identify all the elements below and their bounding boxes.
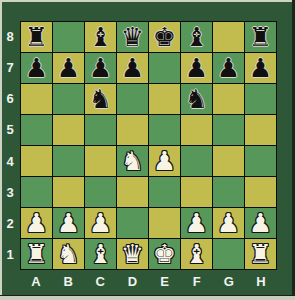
window-bevel-top [0,0,295,2]
square-f8[interactable]: ♝ [181,22,212,52]
square-a2[interactable]: ♟ [21,208,52,238]
window-bevel-bottom [0,295,295,300]
file-label-a: A [20,270,52,293]
file-label-f: F [181,270,213,293]
square-b6[interactable] [53,84,84,114]
rank-label-6: 6 [0,83,20,114]
piece-white-bishop[interactable]: ♝ [89,239,112,269]
square-a6[interactable] [21,84,52,114]
square-a1[interactable]: ♜ [21,239,52,269]
square-a8[interactable]: ♜ [21,22,52,52]
square-h3[interactable] [245,177,276,207]
rank-label-7: 7 [0,52,20,83]
piece-white-queen[interactable]: ♛ [121,239,144,269]
square-e5[interactable] [149,115,180,145]
file-label-g: G [213,270,245,293]
piece-black-pawn[interactable]: ♟ [25,53,48,83]
square-e3[interactable] [149,177,180,207]
square-h5[interactable] [245,115,276,145]
rank-label-8: 8 [0,21,20,52]
square-f1[interactable]: ♝ [181,239,212,269]
square-d7[interactable]: ♟ [117,53,148,83]
piece-white-pawn[interactable]: ♟ [25,208,48,238]
square-d4[interactable]: ♞ [117,146,148,176]
piece-black-rook[interactable]: ♜ [249,22,272,52]
square-g3[interactable] [213,177,244,207]
square-f5[interactable] [181,115,212,145]
square-h2[interactable]: ♟ [245,208,276,238]
square-b7[interactable]: ♟ [53,53,84,83]
file-label-b: B [52,270,84,293]
square-f6[interactable]: ♞ [181,84,212,114]
piece-white-pawn[interactable]: ♟ [217,208,240,238]
chess-board[interactable]: ♜♝♛♚♝♜♟♟♟♟♟♟♟♞♞♞♟♟♟♟♟♟♟♜♞♝♛♚♝♜ [20,21,277,270]
square-e2[interactable] [149,208,180,238]
piece-black-pawn[interactable]: ♟ [217,53,240,83]
piece-white-knight[interactable]: ♞ [121,146,144,176]
rank-label-5: 5 [0,114,20,145]
square-g6[interactable] [213,84,244,114]
square-a5[interactable] [21,115,52,145]
square-h4[interactable] [245,146,276,176]
piece-black-rook[interactable]: ♜ [25,22,48,52]
square-c7[interactable]: ♟ [85,53,116,83]
square-g8[interactable] [213,22,244,52]
square-c6[interactable]: ♞ [85,84,116,114]
square-c4[interactable] [85,146,116,176]
square-c8[interactable]: ♝ [85,22,116,52]
square-b4[interactable] [53,146,84,176]
square-c3[interactable] [85,177,116,207]
square-g5[interactable] [213,115,244,145]
file-labels: ABCDEFGH [20,270,277,293]
square-e7[interactable] [149,53,180,83]
square-h1[interactable]: ♜ [245,239,276,269]
square-e8[interactable]: ♚ [149,22,180,52]
square-h8[interactable]: ♜ [245,22,276,52]
square-h6[interactable] [245,84,276,114]
square-c2[interactable]: ♟ [85,208,116,238]
rank-labels: 87654321 [0,21,20,270]
square-a7[interactable]: ♟ [21,53,52,83]
chess-app-window: 87654321 ♜♝♛♚♝♜♟♟♟♟♟♟♟♞♞♞♟♟♟♟♟♟♟♜♞♝♛♚♝♜ … [0,0,295,300]
rank-label-2: 2 [0,208,20,239]
square-b1[interactable]: ♞ [53,239,84,269]
piece-white-pawn[interactable]: ♟ [57,208,80,238]
square-d8[interactable]: ♛ [117,22,148,52]
piece-white-rook[interactable]: ♜ [25,239,48,269]
square-b5[interactable] [53,115,84,145]
piece-black-pawn[interactable]: ♟ [249,53,272,83]
file-label-c: C [84,270,116,293]
file-label-e: E [149,270,181,293]
rank-label-4: 4 [0,146,20,177]
square-d1[interactable]: ♛ [117,239,148,269]
square-g1[interactable] [213,239,244,269]
square-f7[interactable]: ♟ [181,53,212,83]
square-e1[interactable]: ♚ [149,239,180,269]
piece-black-pawn[interactable]: ♟ [121,53,144,83]
square-d2[interactable] [117,208,148,238]
file-label-d: D [116,270,148,293]
piece-white-rook[interactable]: ♜ [249,239,272,269]
piece-black-queen[interactable]: ♛ [121,22,144,52]
piece-black-pawn[interactable]: ♟ [185,53,208,83]
rank-label-1: 1 [0,239,20,270]
piece-black-bishop[interactable]: ♝ [89,22,112,52]
square-d5[interactable] [117,115,148,145]
piece-white-pawn[interactable]: ♟ [89,208,112,238]
square-f3[interactable] [181,177,212,207]
piece-white-pawn[interactable]: ♟ [153,146,176,176]
piece-black-pawn[interactable]: ♟ [89,53,112,83]
square-b3[interactable] [53,177,84,207]
square-g2[interactable]: ♟ [213,208,244,238]
piece-white-pawn[interactable]: ♟ [249,208,272,238]
piece-black-knight[interactable]: ♞ [185,84,208,114]
square-b2[interactable]: ♟ [53,208,84,238]
square-c1[interactable]: ♝ [85,239,116,269]
square-g4[interactable] [213,146,244,176]
square-f4[interactable] [181,146,212,176]
square-b8[interactable] [53,22,84,52]
piece-black-knight[interactable]: ♞ [89,84,112,114]
piece-white-pawn[interactable]: ♟ [185,208,208,238]
piece-black-king[interactable]: ♚ [153,22,176,52]
piece-black-bishop[interactable]: ♝ [185,22,208,52]
square-c5[interactable] [85,115,116,145]
square-e4[interactable]: ♟ [149,146,180,176]
piece-white-king[interactable]: ♚ [153,239,176,269]
piece-white-bishop[interactable]: ♝ [185,239,208,269]
piece-black-pawn[interactable]: ♟ [57,53,80,83]
square-g7[interactable]: ♟ [213,53,244,83]
square-d6[interactable] [117,84,148,114]
file-label-h: H [245,270,277,293]
square-a3[interactable] [21,177,52,207]
square-d3[interactable] [117,177,148,207]
square-f2[interactable]: ♟ [181,208,212,238]
piece-white-knight[interactable]: ♞ [57,239,80,269]
square-e6[interactable] [149,84,180,114]
window-bevel-right [292,0,295,296]
square-h7[interactable]: ♟ [245,53,276,83]
rank-label-3: 3 [0,177,20,208]
square-a4[interactable] [21,146,52,176]
